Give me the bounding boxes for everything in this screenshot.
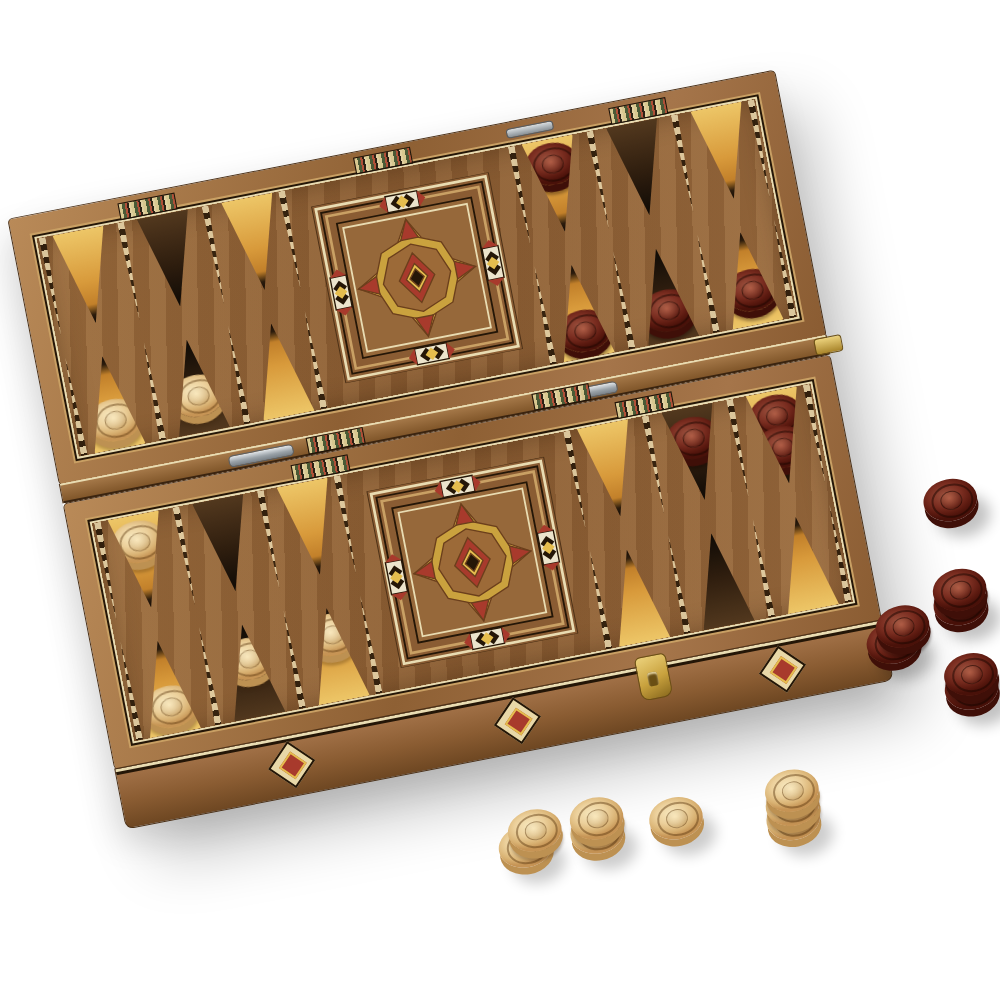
inlay-needle	[586, 130, 612, 229]
inlay-needle	[749, 518, 775, 617]
point-16[interactable]	[546, 260, 615, 362]
inlay-needle	[671, 114, 697, 213]
front-mosaic-motif	[745, 644, 821, 697]
inlay-needle	[257, 490, 283, 589]
backgammon-case	[7, 70, 891, 827]
point-9[interactable]	[276, 477, 345, 579]
checker-stack-dark[interactable]	[858, 590, 939, 668]
inlay-needle	[278, 190, 304, 289]
checker-dark[interactable]	[721, 264, 782, 316]
point-10[interactable]	[577, 419, 646, 521]
inlay-needle	[531, 265, 557, 364]
front-mosaic-motif	[480, 695, 556, 748]
point-21[interactable]	[522, 134, 591, 236]
table-plane	[0, 0, 1000, 1000]
checker-stack-dark[interactable]	[918, 461, 997, 525]
checker-dark[interactable]	[554, 305, 615, 357]
inlay-needle	[225, 325, 251, 424]
checker-stack-light[interactable]	[644, 780, 723, 844]
point-22[interactable]	[221, 193, 290, 295]
inlay-needle	[610, 250, 636, 349]
inlay-needle	[117, 222, 143, 321]
checker-light[interactable]	[108, 516, 169, 568]
inlay-needle	[196, 626, 222, 725]
point-5[interactable]	[216, 620, 285, 722]
point-1[interactable]	[770, 512, 839, 614]
checker-dark[interactable]	[920, 474, 981, 526]
checker-dark[interactable]	[662, 412, 723, 464]
center-medallion-wrap	[304, 171, 531, 385]
point-6[interactable]	[132, 636, 201, 738]
checker-stack-light[interactable]	[490, 794, 571, 872]
center-medallion	[359, 455, 586, 669]
checker-dark[interactable]	[521, 138, 582, 190]
point-4[interactable]	[301, 603, 370, 705]
inlay-needle	[280, 610, 306, 709]
inlay-needle	[665, 535, 691, 634]
point-24[interactable]	[52, 226, 121, 328]
inlay-needle	[333, 475, 359, 574]
checker-stack-light[interactable]	[755, 753, 839, 845]
checker-stack-dark[interactable]	[937, 636, 1000, 714]
point-8[interactable]	[192, 494, 261, 596]
checker-light[interactable]	[645, 793, 706, 845]
end-clasp[interactable]	[813, 334, 844, 356]
inlay-needle	[747, 99, 773, 198]
table-surface	[0, 0, 1000, 1000]
center-medallion	[304, 171, 531, 385]
point-13[interactable]	[77, 351, 146, 453]
point-20[interactable]	[606, 118, 675, 220]
point-2[interactable]	[686, 528, 755, 630]
checker-dark[interactable]	[752, 421, 813, 473]
lid-latch	[505, 120, 554, 139]
point-12[interactable]	[746, 386, 815, 488]
checker-light[interactable]	[167, 370, 228, 422]
inlay-needle	[726, 399, 752, 498]
point-3[interactable]	[601, 545, 670, 647]
point-7[interactable]	[108, 510, 177, 612]
point-23[interactable]	[137, 209, 206, 311]
inlay-needle	[117, 641, 143, 740]
inlay-needle	[642, 415, 668, 514]
checker-light[interactable]	[218, 633, 279, 685]
checker-stack-dark[interactable]	[925, 552, 1000, 630]
front-mosaic-motif	[255, 739, 331, 792]
center-medallion-wrap	[359, 455, 586, 669]
inlay-needle	[202, 205, 228, 304]
point-14[interactable]	[161, 335, 230, 437]
checker-light[interactable]	[84, 394, 145, 446]
checker-light[interactable]	[140, 681, 201, 733]
checker-dark[interactable]	[637, 285, 698, 337]
checker-light[interactable]	[301, 609, 362, 661]
point-18[interactable]	[715, 227, 784, 329]
point-17[interactable]	[630, 244, 699, 346]
inlay-needle	[694, 234, 720, 333]
point-11[interactable]	[661, 403, 730, 505]
point-15[interactable]	[246, 318, 315, 420]
inlay-needle	[140, 341, 166, 440]
inlay-needle	[62, 357, 88, 456]
inlay-needle	[172, 506, 198, 605]
checker-stack-light[interactable]	[562, 780, 643, 858]
inlay-needle	[803, 384, 829, 483]
inlay-needle	[586, 550, 612, 649]
point-19[interactable]	[690, 102, 759, 204]
